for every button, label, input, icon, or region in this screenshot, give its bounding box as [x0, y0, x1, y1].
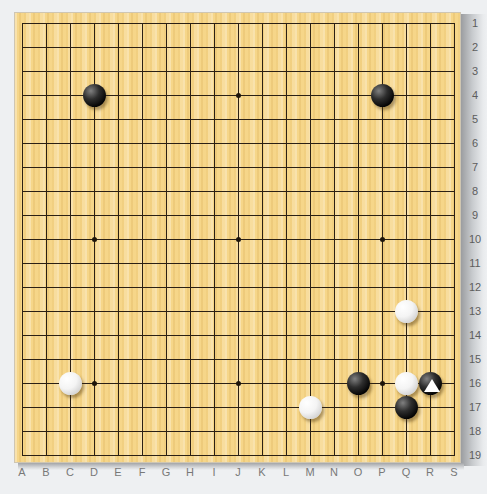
col-label-R: R — [421, 466, 439, 479]
col-label-Q: Q — [397, 466, 415, 479]
go-client-window: 12345678910111213141516171819 ABCDEFGHIJ… — [0, 0, 487, 494]
col-label-C: C — [61, 466, 79, 479]
col-label-A: A — [13, 466, 31, 479]
row-label-8: 8 — [464, 184, 486, 198]
row-label-18: 18 — [464, 424, 486, 438]
row-label-17: 17 — [464, 400, 486, 414]
col-label-N: N — [325, 466, 343, 479]
black-stone-D4[interactable] — [83, 84, 106, 107]
row-label-12: 12 — [464, 280, 486, 294]
row-label-5: 5 — [464, 112, 486, 126]
row-label-19: 19 — [464, 448, 486, 462]
star-point-J4 — [236, 93, 241, 98]
row-label-10: 10 — [464, 232, 486, 246]
white-stone-Q13[interactable] — [395, 300, 418, 323]
col-label-S: S — [445, 466, 463, 479]
black-stone-P4[interactable] — [371, 84, 394, 107]
black-stone-Q17[interactable] — [395, 396, 418, 419]
col-label-M: M — [301, 466, 319, 479]
col-label-L: L — [277, 466, 295, 479]
row-label-11: 11 — [464, 256, 486, 270]
star-point-J16 — [236, 381, 241, 386]
row-label-4: 4 — [464, 88, 486, 102]
white-stone-M17[interactable] — [299, 396, 322, 419]
star-point-J10 — [236, 237, 241, 242]
row-label-16: 16 — [464, 376, 486, 390]
col-label-B: B — [37, 466, 55, 479]
col-label-F: F — [133, 466, 151, 479]
white-stone-C16[interactable] — [59, 372, 82, 395]
goban[interactable] — [14, 12, 461, 463]
col-label-I: I — [205, 466, 223, 479]
row-label-13: 13 — [464, 304, 486, 318]
star-point-D16 — [92, 381, 97, 386]
col-label-P: P — [373, 466, 391, 479]
row-label-6: 6 — [464, 136, 486, 150]
black-stone-O16[interactable] — [347, 372, 370, 395]
row-label-1: 1 — [464, 16, 486, 30]
row-label-9: 9 — [464, 208, 486, 222]
star-point-P10 — [380, 237, 385, 242]
star-point-P16 — [380, 381, 385, 386]
col-label-K: K — [253, 466, 271, 479]
row-label-14: 14 — [464, 328, 486, 342]
col-label-O: O — [349, 466, 367, 479]
col-label-E: E — [109, 466, 127, 479]
col-label-D: D — [85, 466, 103, 479]
row-label-2: 2 — [464, 40, 486, 54]
col-label-J: J — [229, 466, 247, 479]
white-stone-Q16[interactable] — [395, 372, 418, 395]
row-label-7: 7 — [464, 160, 486, 174]
row-label-15: 15 — [464, 352, 486, 366]
row-label-3: 3 — [464, 64, 486, 78]
last-move-triangle-icon — [424, 379, 440, 392]
black-stone-R16[interactable] — [419, 372, 442, 395]
col-label-H: H — [181, 466, 199, 479]
star-point-D10 — [92, 237, 97, 242]
col-label-G: G — [157, 466, 175, 479]
